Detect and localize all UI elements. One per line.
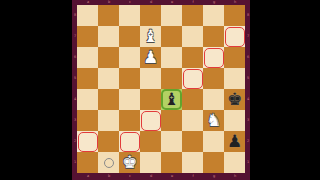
square-g3[interactable]: ♞ [203,110,224,131]
coord-file-bottom-c: c [127,175,132,179]
square-h2[interactable]: ♟ [224,131,245,152]
square-b2[interactable] [98,131,119,152]
coord-rank-right-1: 1 [245,161,250,165]
square-f8[interactable] [182,5,203,26]
coord-file-bottom-b: b [106,175,111,179]
coord-file-bottom-g: g [211,175,216,179]
coord-file-top-c: c [127,1,132,5]
coord-file-top-d: d [148,1,153,5]
square-e2[interactable] [161,131,182,152]
square-a1[interactable] [77,152,98,173]
coord-rank-left-6: 6 [72,56,77,60]
coord-file-top-h: h [232,1,237,5]
coord-rank-right-3: 3 [245,119,250,123]
coord-rank-left-3: 3 [72,119,77,123]
black-pawn-piece[interactable]: ♟ [227,131,242,152]
square-b1[interactable] [98,152,119,173]
square-f6[interactable] [182,47,203,68]
white-knight-piece[interactable]: ♞ [206,110,221,131]
chess-board[interactable]: ♝♟♝♚♞♟♚ [77,5,245,173]
coord-file-top-g: g [211,1,216,5]
square-f4[interactable] [182,89,203,110]
coord-rank-right-8: 8 [245,14,250,18]
square-h5[interactable] [224,68,245,89]
coord-file-bottom-d: d [148,175,153,179]
square-d5[interactable] [140,68,161,89]
white-pawn-piece[interactable]: ♟ [143,47,158,68]
square-d7[interactable]: ♝ [140,26,161,47]
square-c5[interactable] [119,68,140,89]
coord-rank-left-7: 7 [72,35,77,39]
square-a8[interactable] [77,5,98,26]
square-e6[interactable] [161,47,182,68]
square-e7[interactable] [161,26,182,47]
coord-rank-left-2: 2 [72,140,77,144]
square-c8[interactable] [119,5,140,26]
square-h7[interactable] [224,26,245,47]
square-b3[interactable] [98,110,119,131]
square-g4[interactable] [203,89,224,110]
coord-rank-left-4: 4 [72,98,77,102]
square-a4[interactable] [77,89,98,110]
square-c1[interactable]: ♚ [119,152,140,173]
square-e8[interactable] [161,5,182,26]
square-a3[interactable] [77,110,98,131]
square-f3[interactable] [182,110,203,131]
square-c4[interactable] [119,89,140,110]
square-h8[interactable] [224,5,245,26]
square-f5[interactable] [182,68,203,89]
square-d1[interactable] [140,152,161,173]
circle-marker-icon [104,158,114,168]
coord-rank-right-6: 6 [245,56,250,60]
square-e3[interactable] [161,110,182,131]
square-e4[interactable]: ♝ [161,89,182,110]
square-h1[interactable] [224,152,245,173]
square-b6[interactable] [98,47,119,68]
square-b7[interactable] [98,26,119,47]
white-king-piece[interactable]: ♚ [122,152,137,173]
coord-rank-left-8: 8 [72,14,77,18]
square-d2[interactable] [140,131,161,152]
chess-board-frame: ♝♟♝♚♞♟♚ 8877665544332211aabbccddeeffgghh [72,0,250,180]
coord-file-top-b: b [106,1,111,5]
square-a2[interactable] [77,131,98,152]
square-b5[interactable] [98,68,119,89]
square-c2[interactable] [119,131,140,152]
coord-file-top-f: f [190,1,195,5]
square-h3[interactable] [224,110,245,131]
square-h6[interactable] [224,47,245,68]
white-bishop-piece[interactable]: ♝ [143,26,158,47]
coord-file-top-e: e [169,1,174,5]
square-g5[interactable] [203,68,224,89]
square-c6[interactable] [119,47,140,68]
square-g6[interactable] [203,47,224,68]
square-d3[interactable] [140,110,161,131]
square-d6[interactable]: ♟ [140,47,161,68]
square-f7[interactable] [182,26,203,47]
coord-file-bottom-h: h [232,175,237,179]
square-f2[interactable] [182,131,203,152]
square-e5[interactable] [161,68,182,89]
coord-file-bottom-e: e [169,175,174,179]
black-king-piece[interactable]: ♚ [227,89,242,110]
black-bishop-piece[interactable]: ♝ [164,89,179,110]
coord-rank-left-1: 1 [72,161,77,165]
square-c3[interactable] [119,110,140,131]
square-c7[interactable] [119,26,140,47]
coord-file-bottom-a: a [85,175,90,179]
square-d4[interactable] [140,89,161,110]
square-g8[interactable] [203,5,224,26]
square-b8[interactable] [98,5,119,26]
square-d8[interactable] [140,5,161,26]
square-f1[interactable] [182,152,203,173]
square-g1[interactable] [203,152,224,173]
coord-rank-right-7: 7 [245,35,250,39]
app-background: ♝♟♝♚♞♟♚ 8877665544332211aabbccddeeffgghh [0,0,320,180]
square-g2[interactable] [203,131,224,152]
square-e1[interactable] [161,152,182,173]
square-a6[interactable] [77,47,98,68]
square-b4[interactable] [98,89,119,110]
square-g7[interactable] [203,26,224,47]
square-a5[interactable] [77,68,98,89]
coord-rank-right-5: 5 [245,77,250,81]
coord-rank-left-5: 5 [72,77,77,81]
square-h4[interactable]: ♚ [224,89,245,110]
coord-rank-right-4: 4 [245,98,250,102]
coord-file-top-a: a [85,1,90,5]
coord-file-bottom-f: f [190,175,195,179]
square-a7[interactable] [77,26,98,47]
coord-rank-right-2: 2 [245,140,250,144]
